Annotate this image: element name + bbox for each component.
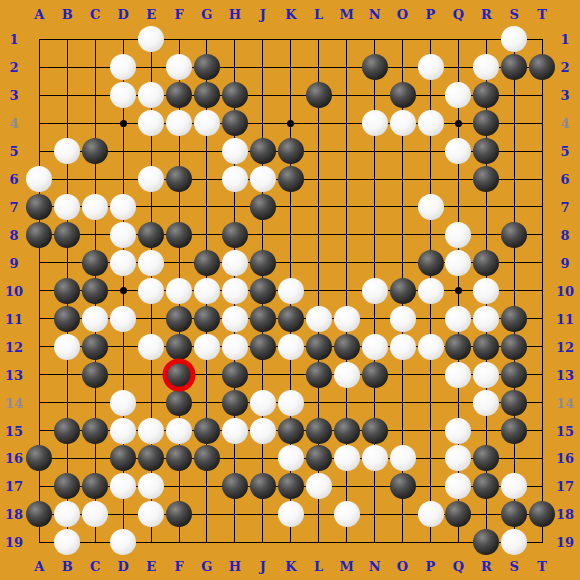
black-stone-B10 — [54, 278, 80, 304]
black-stone-F14 — [166, 390, 192, 416]
row-label-left: 9 — [9, 256, 18, 269]
row-label-right: 18 — [556, 508, 574, 521]
row-label-left: 4 — [9, 117, 18, 130]
row-label-right: 8 — [560, 228, 569, 241]
white-stone-P10 — [418, 278, 444, 304]
row-label-right: 9 — [560, 256, 569, 269]
black-stone-R12 — [473, 334, 499, 360]
row-label-left: 2 — [9, 61, 18, 74]
white-stone-E15 — [138, 418, 164, 444]
white-stone-Q17 — [445, 473, 471, 499]
row-label-right: 2 — [560, 61, 569, 74]
black-stone-F11 — [166, 306, 192, 332]
black-stone-S14 — [501, 390, 527, 416]
col-label-bottom: E — [146, 560, 156, 573]
row-label-right: 16 — [556, 452, 574, 465]
white-stone-P7 — [418, 194, 444, 220]
black-stone-C10 — [82, 278, 108, 304]
col-label-top: M — [339, 8, 353, 21]
col-label-bottom: R — [481, 560, 492, 573]
black-stone-G11 — [194, 306, 220, 332]
white-stone-R14 — [473, 390, 499, 416]
white-stone-K12 — [278, 334, 304, 360]
black-stone-G3 — [194, 82, 220, 108]
black-stone-C12 — [82, 334, 108, 360]
black-stone-R19 — [473, 529, 499, 555]
col-label-top: G — [201, 8, 212, 21]
white-stone-D14 — [110, 390, 136, 416]
black-stone-F8 — [166, 222, 192, 248]
goban-board[interactable]: AABBCCDDEEFFGGHHJJKKLLMMNNOOPPQQRRSSTT11… — [0, 0, 580, 580]
row-label-right: 5 — [560, 145, 569, 158]
black-stone-J17 — [250, 473, 276, 499]
white-stone-K14 — [278, 390, 304, 416]
col-label-top: P — [426, 8, 436, 21]
row-label-left: 12 — [5, 340, 23, 353]
black-stone-C13 — [82, 362, 108, 388]
black-stone-D16 — [110, 445, 136, 471]
col-label-bottom: F — [174, 560, 183, 573]
black-stone-P9 — [418, 250, 444, 276]
col-label-top: B — [62, 8, 73, 21]
col-label-top: N — [369, 8, 381, 21]
row-label-right: 11 — [556, 312, 574, 325]
white-stone-O12 — [390, 334, 416, 360]
black-stone-B11 — [54, 306, 80, 332]
white-stone-F4 — [166, 110, 192, 136]
black-stone-R6 — [473, 166, 499, 192]
white-stone-K10 — [278, 278, 304, 304]
black-stone-B8 — [54, 222, 80, 248]
white-stone-H11 — [222, 306, 248, 332]
col-label-bottom: C — [90, 560, 100, 573]
white-stone-B19 — [54, 529, 80, 555]
white-stone-H9 — [222, 250, 248, 276]
black-stone-T2 — [529, 54, 555, 80]
black-stone-F3 — [166, 82, 192, 108]
white-stone-H15 — [222, 418, 248, 444]
black-stone-R3 — [473, 82, 499, 108]
col-label-top: A — [34, 8, 44, 21]
row-label-left: 18 — [5, 508, 23, 521]
white-stone-B12 — [54, 334, 80, 360]
black-stone-Q18 — [445, 501, 471, 527]
white-stone-P4 — [418, 110, 444, 136]
white-stone-G10 — [194, 278, 220, 304]
black-stone-R4 — [473, 110, 499, 136]
white-stone-S19 — [501, 529, 527, 555]
white-stone-J14 — [250, 390, 276, 416]
col-label-bottom: T — [537, 560, 547, 573]
white-stone-Q5 — [445, 138, 471, 164]
row-label-left: 16 — [5, 452, 23, 465]
white-stone-S1 — [501, 26, 527, 52]
black-stone-N13 — [362, 362, 388, 388]
white-stone-M16 — [334, 445, 360, 471]
star-point — [287, 120, 294, 127]
white-stone-P2 — [418, 54, 444, 80]
white-stone-C18 — [82, 501, 108, 527]
row-label-left: 3 — [9, 89, 18, 102]
black-stone-S15 — [501, 418, 527, 444]
row-label-right: 14 — [556, 396, 574, 409]
black-stone-S12 — [501, 334, 527, 360]
row-label-left: 10 — [5, 284, 23, 297]
col-label-top: R — [481, 8, 492, 21]
col-label-bottom: S — [510, 560, 519, 573]
star-point — [455, 287, 462, 294]
row-label-right: 7 — [560, 200, 569, 213]
black-stone-L15 — [306, 418, 332, 444]
white-stone-Q15 — [445, 418, 471, 444]
white-stone-B18 — [54, 501, 80, 527]
white-stone-G12 — [194, 334, 220, 360]
black-stone-G9 — [194, 250, 220, 276]
white-stone-N4 — [362, 110, 388, 136]
black-stone-J11 — [250, 306, 276, 332]
col-label-top: F — [174, 8, 183, 21]
white-stone-K16 — [278, 445, 304, 471]
row-label-right: 19 — [556, 536, 574, 549]
row-label-left: 14 — [5, 396, 23, 409]
row-label-left: 11 — [5, 312, 23, 325]
white-stone-R2 — [473, 54, 499, 80]
white-stone-R13 — [473, 362, 499, 388]
white-stone-Q3 — [445, 82, 471, 108]
white-stone-H5 — [222, 138, 248, 164]
col-label-top: H — [229, 8, 241, 21]
star-point — [120, 287, 127, 294]
white-stone-C11 — [82, 306, 108, 332]
row-label-left: 1 — [9, 33, 18, 46]
white-stone-D2 — [110, 54, 136, 80]
row-label-right: 4 — [560, 117, 569, 130]
white-stone-D9 — [110, 250, 136, 276]
col-label-bottom: L — [314, 560, 323, 573]
white-stone-F2 — [166, 54, 192, 80]
white-stone-S17 — [501, 473, 527, 499]
col-label-bottom: P — [426, 560, 436, 573]
black-stone-J10 — [250, 278, 276, 304]
black-stone-K15 — [278, 418, 304, 444]
white-stone-E18 — [138, 501, 164, 527]
row-label-right: 10 — [556, 284, 574, 297]
black-stone-Q12 — [445, 334, 471, 360]
black-stone-C17 — [82, 473, 108, 499]
white-stone-M18 — [334, 501, 360, 527]
black-stone-O10 — [390, 278, 416, 304]
row-label-left: 13 — [5, 368, 23, 381]
white-stone-Q16 — [445, 445, 471, 471]
last-move-marker — [163, 358, 196, 391]
white-stone-E9 — [138, 250, 164, 276]
black-stone-H3 — [222, 82, 248, 108]
white-stone-D17 — [110, 473, 136, 499]
black-stone-M15 — [334, 418, 360, 444]
white-stone-Q9 — [445, 250, 471, 276]
row-label-left: 17 — [5, 480, 23, 493]
col-label-bottom: N — [369, 560, 381, 573]
black-stone-G15 — [194, 418, 220, 444]
black-stone-S18 — [501, 501, 527, 527]
white-stone-E10 — [138, 278, 164, 304]
white-stone-D8 — [110, 222, 136, 248]
white-stone-D19 — [110, 529, 136, 555]
black-stone-E16 — [138, 445, 164, 471]
black-stone-J7 — [250, 194, 276, 220]
row-label-left: 7 — [9, 200, 18, 213]
white-stone-F15 — [166, 418, 192, 444]
white-stone-H6 — [222, 166, 248, 192]
white-stone-C7 — [82, 194, 108, 220]
col-label-bottom: D — [117, 560, 128, 573]
black-stone-K5 — [278, 138, 304, 164]
white-stone-N12 — [362, 334, 388, 360]
white-stone-O11 — [390, 306, 416, 332]
black-stone-S8 — [501, 222, 527, 248]
black-stone-L3 — [306, 82, 332, 108]
col-label-bottom: J — [260, 560, 266, 573]
black-stone-H17 — [222, 473, 248, 499]
star-point — [455, 120, 462, 127]
black-stone-K11 — [278, 306, 304, 332]
col-label-bottom: G — [201, 560, 212, 573]
black-stone-K17 — [278, 473, 304, 499]
white-stone-F10 — [166, 278, 192, 304]
col-label-top: E — [146, 8, 156, 21]
col-label-top: J — [260, 8, 266, 21]
black-stone-C15 — [82, 418, 108, 444]
black-stone-L16 — [306, 445, 332, 471]
black-stone-O17 — [390, 473, 416, 499]
black-stone-M12 — [334, 334, 360, 360]
black-stone-J5 — [250, 138, 276, 164]
white-stone-J6 — [250, 166, 276, 192]
row-label-left: 19 — [5, 536, 23, 549]
black-stone-N15 — [362, 418, 388, 444]
white-stone-A6 — [26, 166, 52, 192]
row-label-right: 15 — [556, 424, 574, 437]
black-stone-K6 — [278, 166, 304, 192]
black-stone-G16 — [194, 445, 220, 471]
black-stone-S11 — [501, 306, 527, 332]
black-stone-H8 — [222, 222, 248, 248]
white-stone-G4 — [194, 110, 220, 136]
white-stone-L17 — [306, 473, 332, 499]
white-stone-J15 — [250, 418, 276, 444]
black-stone-H4 — [222, 110, 248, 136]
black-stone-C9 — [82, 250, 108, 276]
white-stone-D7 — [110, 194, 136, 220]
black-stone-R16 — [473, 445, 499, 471]
col-label-top: T — [537, 8, 547, 21]
col-label-top: S — [510, 8, 519, 21]
black-stone-F16 — [166, 445, 192, 471]
white-stone-D15 — [110, 418, 136, 444]
white-stone-Q13 — [445, 362, 471, 388]
white-stone-O4 — [390, 110, 416, 136]
white-stone-E6 — [138, 166, 164, 192]
black-stone-R17 — [473, 473, 499, 499]
black-stone-A16 — [26, 445, 52, 471]
white-stone-H12 — [222, 334, 248, 360]
grid-vline — [542, 39, 543, 543]
black-stone-H13 — [222, 362, 248, 388]
white-stone-D11 — [110, 306, 136, 332]
col-label-top: O — [397, 8, 408, 21]
star-point — [120, 120, 127, 127]
white-stone-P18 — [418, 501, 444, 527]
col-label-bottom: K — [285, 560, 296, 573]
black-stone-C5 — [82, 138, 108, 164]
black-stone-A7 — [26, 194, 52, 220]
white-stone-R11 — [473, 306, 499, 332]
white-stone-M13 — [334, 362, 360, 388]
white-stone-E4 — [138, 110, 164, 136]
row-label-right: 3 — [560, 89, 569, 102]
black-stone-F18 — [166, 501, 192, 527]
col-label-top: D — [117, 8, 128, 21]
col-label-top: C — [90, 8, 100, 21]
black-stone-A18 — [26, 501, 52, 527]
white-stone-N10 — [362, 278, 388, 304]
white-stone-L11 — [306, 306, 332, 332]
black-stone-N2 — [362, 54, 388, 80]
black-stone-J12 — [250, 334, 276, 360]
row-label-right: 1 — [560, 33, 569, 46]
white-stone-E17 — [138, 473, 164, 499]
row-label-left: 5 — [9, 145, 18, 158]
col-label-bottom: O — [397, 560, 408, 573]
col-label-top: L — [314, 8, 323, 21]
black-stone-R9 — [473, 250, 499, 276]
row-label-right: 6 — [560, 173, 569, 186]
white-stone-E12 — [138, 334, 164, 360]
grid-vline — [514, 39, 515, 543]
white-stone-H10 — [222, 278, 248, 304]
white-stone-N16 — [362, 445, 388, 471]
white-stone-E1 — [138, 26, 164, 52]
row-label-left: 8 — [9, 228, 18, 241]
col-label-bottom: A — [34, 560, 44, 573]
row-label-left: 15 — [5, 424, 23, 437]
row-label-right: 13 — [556, 368, 574, 381]
black-stone-L12 — [306, 334, 332, 360]
white-stone-R10 — [473, 278, 499, 304]
col-label-top: K — [285, 8, 296, 21]
black-stone-S13 — [501, 362, 527, 388]
row-label-right: 17 — [556, 480, 574, 493]
white-stone-M11 — [334, 306, 360, 332]
black-stone-J9 — [250, 250, 276, 276]
white-stone-B7 — [54, 194, 80, 220]
black-stone-L13 — [306, 362, 332, 388]
black-stone-H14 — [222, 390, 248, 416]
col-label-bottom: M — [339, 560, 353, 573]
row-label-right: 12 — [556, 340, 574, 353]
white-stone-B5 — [54, 138, 80, 164]
black-stone-F6 — [166, 166, 192, 192]
black-stone-S2 — [501, 54, 527, 80]
white-stone-O16 — [390, 445, 416, 471]
row-label-left: 6 — [9, 173, 18, 186]
white-stone-Q8 — [445, 222, 471, 248]
white-stone-Q11 — [445, 306, 471, 332]
white-stone-K18 — [278, 501, 304, 527]
black-stone-O3 — [390, 82, 416, 108]
col-label-bottom: H — [229, 560, 241, 573]
black-stone-G2 — [194, 54, 220, 80]
white-stone-P12 — [418, 334, 444, 360]
black-stone-A8 — [26, 222, 52, 248]
col-label-bottom: B — [62, 560, 73, 573]
white-stone-E3 — [138, 82, 164, 108]
black-stone-B17 — [54, 473, 80, 499]
col-label-bottom: Q — [453, 560, 464, 573]
black-stone-T18 — [529, 501, 555, 527]
black-stone-E8 — [138, 222, 164, 248]
black-stone-R5 — [473, 138, 499, 164]
col-label-top: Q — [453, 8, 464, 21]
black-stone-B15 — [54, 418, 80, 444]
white-stone-D3 — [110, 82, 136, 108]
black-stone-F12 — [166, 334, 192, 360]
